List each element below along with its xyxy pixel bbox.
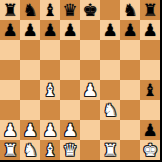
square-d5[interactable] <box>60 60 80 80</box>
square-d3[interactable] <box>60 100 80 120</box>
square-f3[interactable]: ♞ <box>100 100 120 120</box>
piece-white-rook[interactable]: ♜ <box>102 140 117 160</box>
piece-black-bishop[interactable]: ♝ <box>42 0 57 20</box>
square-b3[interactable] <box>20 100 40 120</box>
piece-black-pawn[interactable]: ♟ <box>122 20 137 40</box>
square-b4[interactable] <box>20 80 40 100</box>
piece-black-pawn[interactable]: ♟ <box>2 20 17 40</box>
piece-black-pawn[interactable]: ♟ <box>22 20 37 40</box>
square-h2[interactable]: ♟ <box>140 120 160 140</box>
piece-black-king[interactable]: ♚ <box>82 0 97 20</box>
square-g3[interactable] <box>120 100 140 120</box>
square-f5[interactable] <box>100 60 120 80</box>
square-c1[interactable]: ♝ <box>40 140 60 160</box>
square-d4[interactable] <box>60 80 80 100</box>
square-b5[interactable] <box>20 60 40 80</box>
square-b8[interactable]: ♞ <box>20 0 40 20</box>
square-g1[interactable] <box>120 140 140 160</box>
square-h7[interactable]: ♟ <box>140 20 160 40</box>
piece-white-bishop[interactable]: ♝ <box>42 80 57 100</box>
square-g4[interactable] <box>120 80 140 100</box>
square-g6[interactable] <box>120 40 140 60</box>
square-c3[interactable] <box>40 100 60 120</box>
piece-white-pawn[interactable]: ♟ <box>42 120 57 140</box>
piece-black-pawn[interactable]: ♟ <box>142 20 157 40</box>
piece-white-bishop[interactable]: ♝ <box>42 140 57 160</box>
square-h8[interactable]: ♜ <box>140 0 160 20</box>
piece-black-pawn[interactable]: ♟ <box>62 20 77 40</box>
piece-black-queen[interactable]: ♛ <box>62 0 77 20</box>
square-c6[interactable] <box>40 40 60 60</box>
square-c4[interactable]: ♝ <box>40 80 60 100</box>
piece-white-pawn[interactable]: ♟ <box>2 120 17 140</box>
square-h6[interactable] <box>140 40 160 60</box>
piece-black-rook[interactable]: ♜ <box>142 0 157 20</box>
square-f8[interactable] <box>100 0 120 20</box>
square-e1[interactable] <box>80 140 100 160</box>
piece-black-bishop[interactable]: ♝ <box>142 80 157 100</box>
square-f1[interactable]: ♜ <box>100 140 120 160</box>
piece-white-pawn[interactable]: ♟ <box>82 80 97 100</box>
piece-black-knight[interactable]: ♞ <box>122 0 137 20</box>
square-a5[interactable] <box>0 60 20 80</box>
piece-black-pawn[interactable]: ♟ <box>102 20 117 40</box>
piece-black-rook[interactable]: ♜ <box>2 0 17 20</box>
square-d1[interactable]: ♛ <box>60 140 80 160</box>
piece-black-pawn[interactable]: ♟ <box>42 20 57 40</box>
square-a2[interactable]: ♟ <box>0 120 20 140</box>
square-c7[interactable]: ♟ <box>40 20 60 40</box>
square-f4[interactable] <box>100 80 120 100</box>
square-c5[interactable] <box>40 60 60 80</box>
square-g5[interactable] <box>120 60 140 80</box>
square-d8[interactable]: ♛ <box>60 0 80 20</box>
square-c2[interactable]: ♟ <box>40 120 60 140</box>
square-e8[interactable]: ♚ <box>80 0 100 20</box>
square-g7[interactable]: ♟ <box>120 20 140 40</box>
square-d7[interactable]: ♟ <box>60 20 80 40</box>
piece-white-rook[interactable]: ♜ <box>2 140 17 160</box>
piece-black-knight[interactable]: ♞ <box>22 0 37 20</box>
square-a1[interactable]: ♜ <box>0 140 20 160</box>
square-f6[interactable] <box>100 40 120 60</box>
square-a3[interactable] <box>0 100 20 120</box>
chess-board-frame: ♜♞♝♛♚♞♜♟♟♟♟♟♟♟♝♟♝♞♟♟♟♟♟♜♞♝♛♜♚ <box>0 0 162 162</box>
piece-white-pawn[interactable]: ♟ <box>62 120 77 140</box>
square-e7[interactable] <box>80 20 100 40</box>
square-e4[interactable]: ♟ <box>80 80 100 100</box>
square-d6[interactable] <box>60 40 80 60</box>
piece-white-queen[interactable]: ♛ <box>62 140 77 160</box>
square-c8[interactable]: ♝ <box>40 0 60 20</box>
square-b6[interactable] <box>20 40 40 60</box>
square-h1[interactable]: ♚ <box>140 140 160 160</box>
square-e3[interactable] <box>80 100 100 120</box>
piece-white-pawn[interactable]: ♟ <box>22 120 37 140</box>
square-h4[interactable]: ♝ <box>140 80 160 100</box>
piece-black-pawn[interactable]: ♟ <box>142 120 157 140</box>
chess-board: ♜♞♝♛♚♞♜♟♟♟♟♟♟♟♝♟♝♞♟♟♟♟♟♜♞♝♛♜♚ <box>0 0 160 160</box>
square-b7[interactable]: ♟ <box>20 20 40 40</box>
square-a8[interactable]: ♜ <box>0 0 20 20</box>
square-d2[interactable]: ♟ <box>60 120 80 140</box>
square-f2[interactable] <box>100 120 120 140</box>
square-f7[interactable]: ♟ <box>100 20 120 40</box>
square-h5[interactable] <box>140 60 160 80</box>
piece-white-king[interactable]: ♚ <box>142 140 157 160</box>
square-g2[interactable] <box>120 120 140 140</box>
square-a6[interactable] <box>0 40 20 60</box>
piece-white-knight[interactable]: ♞ <box>22 140 37 160</box>
piece-white-knight[interactable]: ♞ <box>102 100 117 120</box>
square-b2[interactable]: ♟ <box>20 120 40 140</box>
square-b1[interactable]: ♞ <box>20 140 40 160</box>
square-e5[interactable] <box>80 60 100 80</box>
square-a4[interactable] <box>0 80 20 100</box>
square-g8[interactable]: ♞ <box>120 0 140 20</box>
square-e2[interactable] <box>80 120 100 140</box>
square-e6[interactable] <box>80 40 100 60</box>
square-a7[interactable]: ♟ <box>0 20 20 40</box>
square-h3[interactable] <box>140 100 160 120</box>
